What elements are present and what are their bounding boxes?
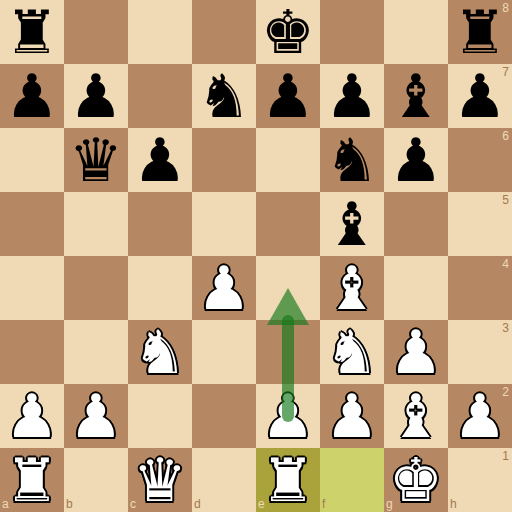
coord-file-f: f — [322, 497, 325, 511]
square-a5[interactable] — [0, 192, 64, 256]
square-c2[interactable] — [128, 384, 192, 448]
square-a3[interactable] — [0, 320, 64, 384]
coord-rank-1: 1 — [502, 449, 509, 463]
square-h8[interactable]: ♜8 — [448, 0, 512, 64]
piece-black-pawn[interactable]: ♟ — [0, 64, 64, 128]
square-h3[interactable]: 3 — [448, 320, 512, 384]
piece-black-pawn[interactable]: ♟ — [448, 64, 512, 128]
piece-white-knight[interactable]: ♞ — [128, 320, 192, 384]
board-container: ♜♚♜8♟♟♞♟♟♝♟7♛♟♞♟6♝5♟♝4♞♞♟3♟♟♟♟♝♟2♜ab♛cd♜… — [0, 0, 512, 512]
square-c7[interactable] — [128, 64, 192, 128]
square-b6[interactable]: ♛ — [64, 128, 128, 192]
square-f3[interactable]: ♞ — [320, 320, 384, 384]
piece-black-pawn[interactable]: ♟ — [64, 64, 128, 128]
coord-file-d: d — [194, 497, 201, 511]
piece-black-bishop[interactable]: ♝ — [384, 64, 448, 128]
square-a8[interactable]: ♜ — [0, 0, 64, 64]
piece-black-pawn[interactable]: ♟ — [256, 64, 320, 128]
square-b2[interactable]: ♟ — [64, 384, 128, 448]
piece-white-pawn[interactable]: ♟ — [384, 320, 448, 384]
piece-white-queen[interactable]: ♛ — [128, 448, 192, 512]
piece-white-knight[interactable]: ♞ — [320, 320, 384, 384]
square-f4[interactable]: ♝ — [320, 256, 384, 320]
piece-white-rook[interactable]: ♜ — [0, 448, 64, 512]
square-d3[interactable] — [192, 320, 256, 384]
square-b3[interactable] — [64, 320, 128, 384]
square-e2[interactable]: ♟ — [256, 384, 320, 448]
square-g1[interactable]: ♚g — [384, 448, 448, 512]
square-b4[interactable] — [64, 256, 128, 320]
square-d5[interactable] — [192, 192, 256, 256]
square-f1[interactable]: f — [320, 448, 384, 512]
square-g6[interactable]: ♟ — [384, 128, 448, 192]
square-f7[interactable]: ♟ — [320, 64, 384, 128]
square-h7[interactable]: ♟7 — [448, 64, 512, 128]
square-f6[interactable]: ♞ — [320, 128, 384, 192]
piece-black-bishop[interactable]: ♝ — [320, 192, 384, 256]
square-h2[interactable]: ♟2 — [448, 384, 512, 448]
square-g5[interactable] — [384, 192, 448, 256]
square-a1[interactable]: ♜a — [0, 448, 64, 512]
piece-white-king[interactable]: ♚ — [384, 448, 448, 512]
piece-black-pawn[interactable]: ♟ — [128, 128, 192, 192]
square-e6[interactable] — [256, 128, 320, 192]
square-g4[interactable] — [384, 256, 448, 320]
square-c5[interactable] — [128, 192, 192, 256]
square-d2[interactable] — [192, 384, 256, 448]
piece-black-rook[interactable]: ♜ — [0, 0, 64, 64]
square-c8[interactable] — [128, 0, 192, 64]
piece-white-bishop[interactable]: ♝ — [320, 256, 384, 320]
square-a2[interactable]: ♟ — [0, 384, 64, 448]
piece-white-pawn[interactable]: ♟ — [192, 256, 256, 320]
piece-white-pawn[interactable]: ♟ — [0, 384, 64, 448]
square-b5[interactable] — [64, 192, 128, 256]
square-b8[interactable] — [64, 0, 128, 64]
square-g2[interactable]: ♝ — [384, 384, 448, 448]
piece-black-king[interactable]: ♚ — [256, 0, 320, 64]
square-h1[interactable]: h1 — [448, 448, 512, 512]
coord-rank-3: 3 — [502, 321, 509, 335]
square-f8[interactable] — [320, 0, 384, 64]
square-e1[interactable]: ♜e — [256, 448, 320, 512]
coord-rank-4: 4 — [502, 257, 509, 271]
square-h4[interactable]: 4 — [448, 256, 512, 320]
square-e5[interactable] — [256, 192, 320, 256]
piece-white-pawn[interactable]: ♟ — [64, 384, 128, 448]
square-e3[interactable] — [256, 320, 320, 384]
square-c1[interactable]: ♛c — [128, 448, 192, 512]
piece-black-pawn[interactable]: ♟ — [320, 64, 384, 128]
square-a4[interactable] — [0, 256, 64, 320]
piece-black-knight[interactable]: ♞ — [320, 128, 384, 192]
square-g8[interactable] — [384, 0, 448, 64]
square-f2[interactable]: ♟ — [320, 384, 384, 448]
square-b1[interactable]: b — [64, 448, 128, 512]
coord-file-b: b — [66, 497, 73, 511]
chess-board: ♜♚♜8♟♟♞♟♟♝♟7♛♟♞♟6♝5♟♝4♞♞♟3♟♟♟♟♝♟2♜ab♛cd♜… — [0, 0, 512, 512]
square-h6[interactable]: 6 — [448, 128, 512, 192]
piece-white-pawn[interactable]: ♟ — [256, 384, 320, 448]
square-e4[interactable] — [256, 256, 320, 320]
piece-black-rook[interactable]: ♜ — [448, 0, 512, 64]
square-g3[interactable]: ♟ — [384, 320, 448, 384]
square-c6[interactable]: ♟ — [128, 128, 192, 192]
square-g7[interactable]: ♝ — [384, 64, 448, 128]
piece-black-knight[interactable]: ♞ — [192, 64, 256, 128]
square-d1[interactable]: d — [192, 448, 256, 512]
piece-black-queen[interactable]: ♛ — [64, 128, 128, 192]
square-f5[interactable]: ♝ — [320, 192, 384, 256]
piece-white-pawn[interactable]: ♟ — [320, 384, 384, 448]
square-d8[interactable] — [192, 0, 256, 64]
piece-white-pawn[interactable]: ♟ — [448, 384, 512, 448]
square-d4[interactable]: ♟ — [192, 256, 256, 320]
square-a6[interactable] — [0, 128, 64, 192]
coord-rank-5: 5 — [502, 193, 509, 207]
piece-white-rook[interactable]: ♜ — [256, 448, 320, 512]
square-a7[interactable]: ♟ — [0, 64, 64, 128]
coord-rank-6: 6 — [502, 129, 509, 143]
piece-white-bishop[interactable]: ♝ — [384, 384, 448, 448]
coord-file-h: h — [450, 497, 457, 511]
square-d6[interactable] — [192, 128, 256, 192]
square-e8[interactable]: ♚ — [256, 0, 320, 64]
square-c4[interactable] — [128, 256, 192, 320]
piece-black-pawn[interactable]: ♟ — [384, 128, 448, 192]
square-b7[interactable]: ♟ — [64, 64, 128, 128]
square-d7[interactable]: ♞ — [192, 64, 256, 128]
square-e7[interactable]: ♟ — [256, 64, 320, 128]
square-h5[interactable]: 5 — [448, 192, 512, 256]
square-c3[interactable]: ♞ — [128, 320, 192, 384]
